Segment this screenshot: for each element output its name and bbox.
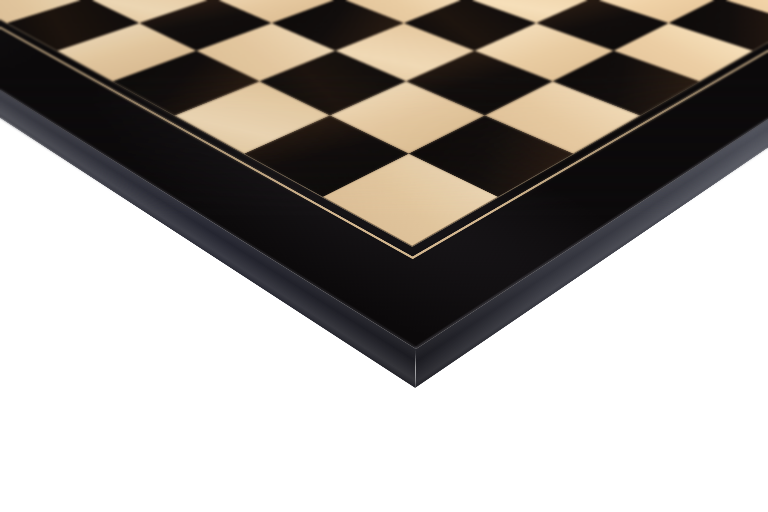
chess-board: [0, 0, 768, 349]
photo-canvas: [0, 0, 768, 512]
